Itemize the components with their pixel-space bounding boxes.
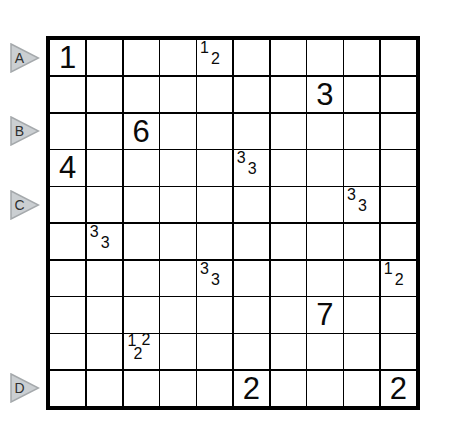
- cell-r6c8[interactable]: [307, 224, 342, 259]
- tapa-board: 1123643333333312712222: [46, 36, 420, 410]
- cell-r1c10[interactable]: [381, 40, 416, 75]
- clue-digit: 3: [248, 162, 257, 175]
- clue-cell-r9c3: 122: [124, 334, 159, 369]
- clue-digit: 2: [381, 371, 416, 406]
- marker-letter: D: [10, 373, 29, 403]
- cell-r8c9[interactable]: [344, 297, 379, 332]
- cell-r3c2[interactable]: [87, 114, 122, 149]
- cell-r5c8[interactable]: [307, 187, 342, 222]
- row-marker-A: A: [10, 43, 40, 73]
- cell-r2c4[interactable]: [160, 77, 195, 112]
- cell-r4c2[interactable]: [87, 150, 122, 185]
- cell-r10c9[interactable]: [344, 371, 379, 406]
- cell-r6c7[interactable]: [271, 224, 306, 259]
- cell-r2c6[interactable]: [234, 77, 269, 112]
- cell-r2c2[interactable]: [87, 77, 122, 112]
- cell-r9c9[interactable]: [344, 334, 379, 369]
- cell-r4c3[interactable]: [124, 150, 159, 185]
- cell-r2c3[interactable]: [124, 77, 159, 112]
- cell-r9c4[interactable]: [160, 334, 195, 369]
- cell-r9c1[interactable]: [50, 334, 85, 369]
- cell-r6c5[interactable]: [197, 224, 232, 259]
- row-marker-B: B: [10, 116, 40, 146]
- clue-digit: 1: [384, 262, 393, 275]
- cell-r1c7[interactable]: [271, 40, 306, 75]
- cell-r9c5[interactable]: [197, 334, 232, 369]
- cell-r3c1[interactable]: [50, 114, 85, 149]
- cell-r5c1[interactable]: [50, 187, 85, 222]
- clue-cell-r8c8: 7: [307, 297, 342, 332]
- cell-r4c9[interactable]: [344, 150, 379, 185]
- cell-r10c5[interactable]: [197, 371, 232, 406]
- marker-letter: B: [10, 116, 29, 146]
- cell-r1c6[interactable]: [234, 40, 269, 75]
- clue-cell-r1c1: 1: [50, 40, 85, 75]
- clue-cell-r7c5: 33: [197, 261, 232, 296]
- cell-r1c8[interactable]: [307, 40, 342, 75]
- cell-r7c7[interactable]: [271, 261, 306, 296]
- cell-r9c2[interactable]: [87, 334, 122, 369]
- tapa-puzzle-image: 1123643333333312712222 ABCD: [0, 0, 458, 443]
- cell-r5c3[interactable]: [124, 187, 159, 222]
- cell-r10c7[interactable]: [271, 371, 306, 406]
- clue-digit: 2: [395, 273, 404, 286]
- row-marker-C: C: [10, 190, 40, 220]
- cell-r8c1[interactable]: [50, 297, 85, 332]
- cell-r9c8[interactable]: [307, 334, 342, 369]
- cell-r4c8[interactable]: [307, 150, 342, 185]
- cell-r7c2[interactable]: [87, 261, 122, 296]
- cell-r4c7[interactable]: [271, 150, 306, 185]
- cell-r1c2[interactable]: [87, 40, 122, 75]
- clue-digit: 3: [101, 236, 110, 249]
- cell-r6c1[interactable]: [50, 224, 85, 259]
- row-marker-D: D: [10, 373, 40, 403]
- cell-r7c4[interactable]: [160, 261, 195, 296]
- cell-r7c3[interactable]: [124, 261, 159, 296]
- cell-r5c6[interactable]: [234, 187, 269, 222]
- cell-r6c10[interactable]: [381, 224, 416, 259]
- cell-r3c4[interactable]: [160, 114, 195, 149]
- clue-digit: 1: [50, 40, 85, 75]
- cell-r10c2[interactable]: [87, 371, 122, 406]
- cell-r5c7[interactable]: [271, 187, 306, 222]
- marker-letter: A: [10, 43, 29, 73]
- cell-r3c7[interactable]: [271, 114, 306, 149]
- clue-digit: 3: [211, 273, 220, 286]
- clue-cell-r1c5: 12: [197, 40, 232, 75]
- cell-r8c3[interactable]: [124, 297, 159, 332]
- cell-r8c7[interactable]: [271, 297, 306, 332]
- cell-r5c4[interactable]: [160, 187, 195, 222]
- clue-digit: 2: [134, 347, 143, 360]
- cell-r8c10[interactable]: [381, 297, 416, 332]
- cell-r5c10[interactable]: [381, 187, 416, 222]
- cell-r3c8[interactable]: [307, 114, 342, 149]
- clue-cell-r3c3: 6: [124, 114, 159, 149]
- cell-r7c6[interactable]: [234, 261, 269, 296]
- cell-r1c4[interactable]: [160, 40, 195, 75]
- cell-r6c3[interactable]: [124, 224, 159, 259]
- clue-digit: 6: [124, 114, 159, 149]
- clue-digit: 2: [211, 52, 220, 65]
- cell-r4c5[interactable]: [197, 150, 232, 185]
- cell-r1c3[interactable]: [124, 40, 159, 75]
- marker-letter: C: [10, 190, 29, 220]
- cell-r4c10[interactable]: [381, 150, 416, 185]
- cell-r8c5[interactable]: [197, 297, 232, 332]
- clue-digit: 2: [234, 371, 269, 406]
- cell-r4c4[interactable]: [160, 150, 195, 185]
- clue-cell-r4c6: 33: [234, 150, 269, 185]
- clue-digit: 1: [200, 41, 209, 54]
- cell-r6c9[interactable]: [344, 224, 379, 259]
- clue-digit: 7: [307, 297, 342, 332]
- cell-r3c10[interactable]: [381, 114, 416, 149]
- cell-r9c6[interactable]: [234, 334, 269, 369]
- clue-digit: 2: [142, 333, 151, 346]
- cell-r10c3[interactable]: [124, 371, 159, 406]
- cell-r8c4[interactable]: [160, 297, 195, 332]
- clue-digit: 3: [347, 188, 356, 201]
- clue-cell-r4c1: 4: [50, 150, 85, 185]
- clue-digit: 3: [358, 199, 367, 212]
- cell-r7c9[interactable]: [344, 261, 379, 296]
- cell-r9c7[interactable]: [271, 334, 306, 369]
- cell-r8c6[interactable]: [234, 297, 269, 332]
- cell-r6c6[interactable]: [234, 224, 269, 259]
- cell-r8c2[interactable]: [87, 297, 122, 332]
- clue-cell-r2c8: 3: [307, 77, 342, 112]
- cell-r3c6[interactable]: [234, 114, 269, 149]
- clue-digit: 4: [50, 150, 85, 185]
- clue-digit: 3: [307, 77, 342, 112]
- cell-r2c9[interactable]: [344, 77, 379, 112]
- clue-digit: 3: [90, 225, 99, 238]
- cell-r2c10[interactable]: [381, 77, 416, 112]
- cell-r6c4[interactable]: [160, 224, 195, 259]
- cell-r7c8[interactable]: [307, 261, 342, 296]
- cell-r2c1[interactable]: [50, 77, 85, 112]
- clue-digit: 3: [200, 262, 209, 275]
- cell-r7c1[interactable]: [50, 261, 85, 296]
- cell-r10c4[interactable]: [160, 371, 195, 406]
- clue-digit: 3: [237, 151, 246, 164]
- cell-r3c5[interactable]: [197, 114, 232, 149]
- cell-r1c9[interactable]: [344, 40, 379, 75]
- cell-r9c10[interactable]: [381, 334, 416, 369]
- clue-cell-r10c6: 2: [234, 371, 269, 406]
- cell-r3c9[interactable]: [344, 114, 379, 149]
- cell-r5c2[interactable]: [87, 187, 122, 222]
- cell-r2c7[interactable]: [271, 77, 306, 112]
- cell-r10c1[interactable]: [50, 371, 85, 406]
- clue-cell-r10c10: 2: [381, 371, 416, 406]
- cell-r10c8[interactable]: [307, 371, 342, 406]
- cell-r5c5[interactable]: [197, 187, 232, 222]
- clue-cell-r6c2: 33: [87, 224, 122, 259]
- clue-cell-r5c9: 33: [344, 187, 379, 222]
- cell-r2c5[interactable]: [197, 77, 232, 112]
- clue-cell-r7c10: 12: [381, 261, 416, 296]
